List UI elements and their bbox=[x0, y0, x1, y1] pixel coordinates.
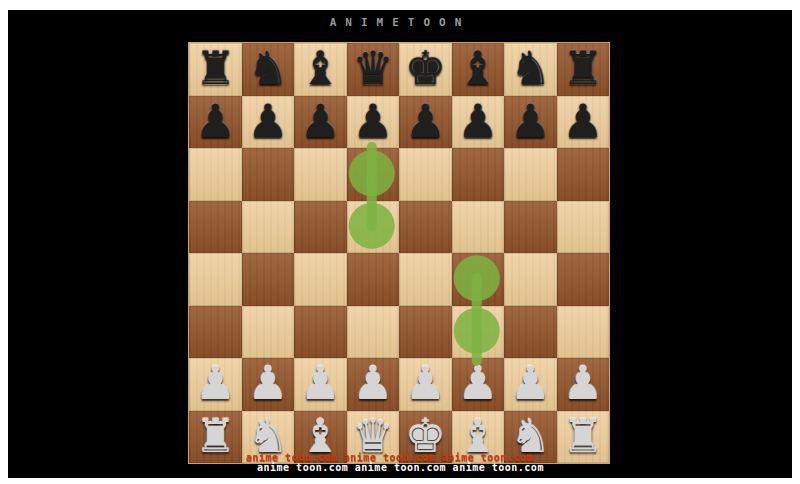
white-pawn-piece[interactable]: ♟ bbox=[347, 358, 400, 411]
square-g7[interactable]: ♟ bbox=[504, 96, 557, 149]
square-d5[interactable] bbox=[347, 201, 400, 254]
square-b5[interactable] bbox=[242, 201, 295, 254]
square-a5[interactable] bbox=[189, 201, 242, 254]
square-g6[interactable] bbox=[504, 148, 557, 201]
black-king-piece[interactable]: ♚ bbox=[399, 43, 452, 96]
square-b4[interactable] bbox=[242, 253, 295, 306]
white-pawn-piece[interactable]: ♟ bbox=[399, 358, 452, 411]
square-a8[interactable]: ♜ bbox=[189, 43, 242, 96]
white-pawn-piece[interactable]: ♟ bbox=[294, 358, 347, 411]
square-e5[interactable] bbox=[399, 201, 452, 254]
white-pawn-piece[interactable]: ♟ bbox=[189, 358, 242, 411]
square-h6[interactable] bbox=[557, 148, 610, 201]
square-h7[interactable]: ♟ bbox=[557, 96, 610, 149]
square-g4[interactable] bbox=[504, 253, 557, 306]
square-c2[interactable]: ♟ bbox=[294, 358, 347, 411]
square-h5[interactable] bbox=[557, 201, 610, 254]
square-e3[interactable] bbox=[399, 306, 452, 359]
square-c5[interactable] bbox=[294, 201, 347, 254]
white-rook-piece[interactable]: ♜ bbox=[557, 411, 610, 464]
square-d4[interactable] bbox=[347, 253, 400, 306]
square-e4[interactable] bbox=[399, 253, 452, 306]
square-d8[interactable]: ♛ bbox=[347, 43, 400, 96]
square-c4[interactable] bbox=[294, 253, 347, 306]
black-queen-piece[interactable]: ♛ bbox=[347, 43, 400, 96]
square-e7[interactable]: ♟ bbox=[399, 96, 452, 149]
square-d2[interactable]: ♟ bbox=[347, 358, 400, 411]
square-h8[interactable]: ♜ bbox=[557, 43, 610, 96]
square-b2[interactable]: ♟ bbox=[242, 358, 295, 411]
black-pawn-piece[interactable]: ♟ bbox=[294, 96, 347, 149]
square-h3[interactable] bbox=[557, 306, 610, 359]
white-pawn-piece[interactable]: ♟ bbox=[504, 358, 557, 411]
black-knight-piece[interactable]: ♞ bbox=[504, 43, 557, 96]
square-b6[interactable] bbox=[242, 148, 295, 201]
square-f6[interactable] bbox=[452, 148, 505, 201]
square-g8[interactable]: ♞ bbox=[504, 43, 557, 96]
page: ANIMETOON ♜♞♝♛♚♝♞♜♟♟♟♟♟♟♟♟♟♟♟♟♟♟♟♟♜♞♝♛♚♝… bbox=[0, 0, 800, 484]
square-a6[interactable] bbox=[189, 148, 242, 201]
square-c7[interactable]: ♟ bbox=[294, 96, 347, 149]
square-g5[interactable] bbox=[504, 201, 557, 254]
square-f8[interactable]: ♝ bbox=[452, 43, 505, 96]
square-g2[interactable]: ♟ bbox=[504, 358, 557, 411]
square-e6[interactable] bbox=[399, 148, 452, 201]
white-rook-piece[interactable]: ♜ bbox=[189, 411, 242, 464]
square-b7[interactable]: ♟ bbox=[242, 96, 295, 149]
square-b3[interactable] bbox=[242, 306, 295, 359]
square-c6[interactable] bbox=[294, 148, 347, 201]
square-f3[interactable] bbox=[452, 306, 505, 359]
square-a1[interactable]: ♜ bbox=[189, 411, 242, 464]
black-pawn-piece[interactable]: ♟ bbox=[347, 96, 400, 149]
square-d3[interactable] bbox=[347, 306, 400, 359]
square-e2[interactable]: ♟ bbox=[399, 358, 452, 411]
black-bishop-piece[interactable]: ♝ bbox=[452, 43, 505, 96]
square-a2[interactable]: ♟ bbox=[189, 358, 242, 411]
black-pawn-piece[interactable]: ♟ bbox=[399, 96, 452, 149]
square-e8[interactable]: ♚ bbox=[399, 43, 452, 96]
square-d6[interactable] bbox=[347, 148, 400, 201]
black-pawn-piece[interactable]: ♟ bbox=[189, 96, 242, 149]
square-b8[interactable]: ♞ bbox=[242, 43, 295, 96]
square-h2[interactable]: ♟ bbox=[557, 358, 610, 411]
watermark-bottom-text: anime toon.com anime toon.com anime toon… bbox=[257, 462, 544, 473]
square-h4[interactable] bbox=[557, 253, 610, 306]
white-pawn-piece[interactable]: ♟ bbox=[452, 358, 505, 411]
square-h1[interactable]: ♜ bbox=[557, 411, 610, 464]
square-a3[interactable] bbox=[189, 306, 242, 359]
app-title: ANIMETOON bbox=[0, 16, 800, 29]
square-f2[interactable]: ♟ bbox=[452, 358, 505, 411]
black-rook-piece[interactable]: ♜ bbox=[189, 43, 242, 96]
square-d7[interactable]: ♟ bbox=[347, 96, 400, 149]
square-a7[interactable]: ♟ bbox=[189, 96, 242, 149]
black-knight-piece[interactable]: ♞ bbox=[242, 43, 295, 96]
square-c8[interactable]: ♝ bbox=[294, 43, 347, 96]
white-pawn-piece[interactable]: ♟ bbox=[242, 358, 295, 411]
black-pawn-piece[interactable]: ♟ bbox=[504, 96, 557, 149]
black-pawn-piece[interactable]: ♟ bbox=[242, 96, 295, 149]
black-pawn-piece[interactable]: ♟ bbox=[452, 96, 505, 149]
chess-board: ♜♞♝♛♚♝♞♜♟♟♟♟♟♟♟♟♟♟♟♟♟♟♟♟♜♞♝♛♚♝♞♜ bbox=[188, 42, 610, 464]
square-g3[interactable] bbox=[504, 306, 557, 359]
square-f7[interactable]: ♟ bbox=[452, 96, 505, 149]
square-f4[interactable] bbox=[452, 253, 505, 306]
black-pawn-piece[interactable]: ♟ bbox=[557, 96, 610, 149]
square-a4[interactable] bbox=[189, 253, 242, 306]
white-pawn-piece[interactable]: ♟ bbox=[557, 358, 610, 411]
square-c3[interactable] bbox=[294, 306, 347, 359]
black-bishop-piece[interactable]: ♝ bbox=[294, 43, 347, 96]
black-rook-piece[interactable]: ♜ bbox=[557, 43, 610, 96]
square-f5[interactable] bbox=[452, 201, 505, 254]
